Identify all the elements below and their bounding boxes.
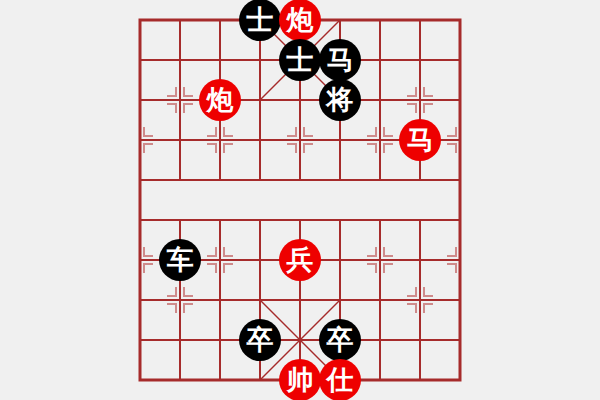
- red-piece-disc: 仕: [319, 359, 361, 400]
- black-piece-disc: 卒: [319, 319, 361, 361]
- xiangqi-board: 士炮士马炮将马车兵卒卒帅仕: [0, 0, 600, 400]
- black-piece-disc: 士: [239, 0, 281, 41]
- black-piece-disc: 士: [279, 39, 321, 81]
- red-piece-disc: 兵: [279, 239, 321, 281]
- black-piece-disc: 马: [319, 39, 361, 81]
- piece-red-cannon-2[interactable]: 炮: [200, 80, 240, 120]
- piece-red-advisor-1[interactable]: 仕: [320, 360, 360, 400]
- red-piece-disc: 帅: [279, 359, 321, 400]
- piece-red-general[interactable]: 帅: [280, 360, 320, 400]
- piece-red-soldier-1[interactable]: 兵: [280, 240, 320, 280]
- black-piece-disc: 将: [319, 79, 361, 121]
- black-piece-disc: 卒: [239, 319, 281, 361]
- piece-grid: 士炮士马炮将马车兵卒卒帅仕: [120, 0, 480, 400]
- red-piece-disc: 炮: [279, 0, 321, 41]
- black-piece-disc: 车: [159, 239, 201, 281]
- piece-black-soldier-2[interactable]: 卒: [320, 320, 360, 360]
- piece-red-cannon-1[interactable]: 炮: [280, 0, 320, 40]
- piece-black-advisor-2[interactable]: 士: [280, 40, 320, 80]
- piece-red-horse-1[interactable]: 马: [400, 120, 440, 160]
- piece-black-soldier-1[interactable]: 卒: [240, 320, 280, 360]
- piece-black-general[interactable]: 将: [320, 80, 360, 120]
- red-piece-disc: 马: [399, 119, 441, 161]
- piece-black-horse-1[interactable]: 马: [320, 40, 360, 80]
- piece-black-chariot-1[interactable]: 车: [160, 240, 200, 280]
- red-piece-disc: 炮: [199, 79, 241, 121]
- piece-black-advisor-1[interactable]: 士: [240, 0, 280, 40]
